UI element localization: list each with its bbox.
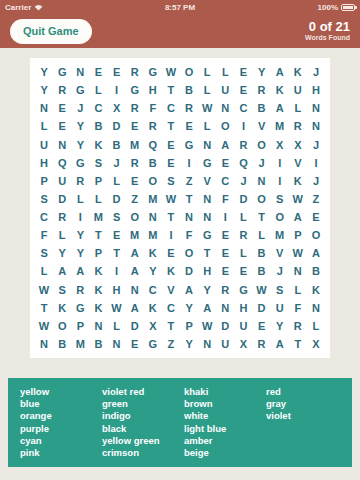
grid-cell-r2c9[interactable]: B (180, 81, 198, 99)
letter-grid[interactable]: YGNEERGWOLLEYAKJYRGLIGHTBLUERKUHNEJCXRFC… (30, 58, 330, 358)
grid-cell-r1c12[interactable]: E (234, 63, 252, 81)
grid-cell-r7c3[interactable]: R (71, 172, 89, 190)
grid-cell-r16c5[interactable]: N (108, 335, 126, 353)
grid-cell-r1c13[interactable]: Y (253, 63, 271, 81)
game-header: Quit Game 0 of 21 Words Found (0, 14, 360, 48)
grid-cell-r13c4[interactable]: K (89, 281, 107, 299)
grid-cell-r16c3[interactable]: M (71, 335, 89, 353)
grid-cell-r2c1[interactable]: Y (35, 81, 53, 99)
grid-cell-r5c8[interactable]: E (162, 136, 180, 154)
grid-cell-r16c7[interactable]: G (144, 335, 162, 353)
grid-cell-r10c7[interactable]: M (144, 226, 162, 244)
grid-cell-r12c13[interactable]: B (253, 262, 271, 280)
grid-cell-r5c4[interactable]: K (89, 136, 107, 154)
puzzle-board-card: YGNEERGWOLLEYAKJYRGLIGHTBLUERKUHNEJCXRFC… (30, 58, 330, 358)
grid-cell-r8c2[interactable]: D (53, 190, 71, 208)
grid-cell-r5c6[interactable]: M (126, 136, 144, 154)
grid-cell-r4c16[interactable]: N (307, 117, 325, 135)
word-item-orange: orange (20, 410, 102, 422)
grid-cell-r6c7[interactable]: B (144, 154, 162, 172)
grid-cell-r15c8[interactable]: T (162, 317, 180, 335)
grid-cell-r7c4[interactable]: P (89, 172, 107, 190)
grid-cell-r6c2[interactable]: Q (53, 154, 71, 172)
grid-cell-r12c15[interactable]: N (289, 262, 307, 280)
grid-cell-r4c5[interactable]: D (108, 117, 126, 135)
grid-cell-r7c2[interactable]: U (53, 172, 71, 190)
grid-cell-r14c5[interactable]: W (108, 299, 126, 317)
grid-cell-r16c11[interactable]: U (216, 335, 234, 353)
grid-cell-r13c2[interactable]: S (53, 281, 71, 299)
word-column-3: khakibrownwhitelight blueamberbeige (184, 386, 266, 459)
grid-cell-r15c14[interactable]: Y (271, 317, 289, 335)
grid-cell-r14c3[interactable]: G (71, 299, 89, 317)
grid-cell-r13c3[interactable]: R (71, 281, 89, 299)
grid-cell-r5c7[interactable]: Q (144, 136, 162, 154)
grid-cell-r9c8[interactable]: T (162, 208, 180, 226)
grid-cell-r14c11[interactable]: N (216, 299, 234, 317)
grid-cell-r15c7[interactable]: X (144, 317, 162, 335)
word-item-violet: violet (266, 410, 348, 422)
grid-cell-r12c16[interactable]: B (307, 262, 325, 280)
grid-cell-r3c16[interactable]: N (307, 99, 325, 117)
grid-cell-r7c6[interactable]: E (126, 172, 144, 190)
grid-cell-r9c13[interactable]: T (253, 208, 271, 226)
word-item-yellow-green: yellow green (102, 435, 184, 447)
grid-cell-r2c6[interactable]: G (126, 81, 144, 99)
grid-cell-r7c5[interactable]: L (108, 172, 126, 190)
grid-cell-r2c15[interactable]: U (289, 81, 307, 99)
grid-cell-r8c10[interactable]: N (198, 190, 216, 208)
word-item-red: red (266, 386, 348, 398)
grid-cell-r7c11[interactable]: C (216, 172, 234, 190)
grid-cell-r1c3[interactable]: N (71, 63, 89, 81)
grid-cell-r4c15[interactable]: R (289, 117, 307, 135)
grid-cell-r6c10[interactable]: G (198, 154, 216, 172)
grid-cell-r14c8[interactable]: C (162, 299, 180, 317)
grid-cell-r6c11[interactable]: E (216, 154, 234, 172)
grid-cell-r1c11[interactable]: L (216, 63, 234, 81)
grid-cell-r14c1[interactable]: T (35, 299, 53, 317)
grid-cell-r6c4[interactable]: S (89, 154, 107, 172)
grid-cell-r3c3[interactable]: J (71, 99, 89, 117)
grid-cell-r8c6[interactable]: Z (126, 190, 144, 208)
grid-cell-r3c2[interactable]: E (53, 99, 71, 117)
grid-cell-r7c12[interactable]: J (234, 172, 252, 190)
grid-cell-r8c12[interactable]: D (234, 190, 252, 208)
grid-cell-r5c9[interactable]: G (180, 136, 198, 154)
grid-cell-r5c2[interactable]: N (53, 136, 71, 154)
grid-cell-r5c16[interactable]: J (307, 136, 325, 154)
word-column-1: yellowblueorangepurplecyanpink (20, 386, 102, 459)
grid-cell-r10c8[interactable]: I (162, 226, 180, 244)
grid-cell-r10c6[interactable]: M (126, 226, 144, 244)
grid-cell-r6c9[interactable]: I (180, 154, 198, 172)
grid-cell-r15c4[interactable]: N (89, 317, 107, 335)
grid-cell-r15c6[interactable]: D (126, 317, 144, 335)
grid-cell-r11c4[interactable]: P (89, 244, 107, 262)
word-item-cyan: cyan (20, 435, 102, 447)
grid-cell-r3c15[interactable]: L (289, 99, 307, 117)
grid-cell-r5c5[interactable]: B (108, 136, 126, 154)
grid-cell-r14c4[interactable]: K (89, 299, 107, 317)
grid-cell-r15c11[interactable]: D (216, 317, 234, 335)
grid-cell-r4c10[interactable]: L (198, 117, 216, 135)
grid-cell-r12c3[interactable]: A (71, 262, 89, 280)
grid-cell-r8c14[interactable]: S (271, 190, 289, 208)
grid-cell-r12c11[interactable]: E (216, 262, 234, 280)
word-item-indigo: indigo (102, 410, 184, 422)
word-column-2: violet redgreenindigoblackyellow greencr… (102, 386, 184, 459)
grid-cell-r6c15[interactable]: V (289, 154, 307, 172)
grid-cell-r9c11[interactable]: I (216, 208, 234, 226)
grid-cell-r1c15[interactable]: K (289, 63, 307, 81)
grid-cell-r8c16[interactable]: Z (307, 190, 325, 208)
grid-cell-r12c6[interactable]: A (126, 262, 144, 280)
grid-cell-r1c2[interactable]: G (53, 63, 71, 81)
grid-cell-r13c5[interactable]: H (108, 281, 126, 299)
grid-cell-r2c8[interactable]: T (162, 81, 180, 99)
grid-cell-r10c13[interactable]: L (253, 226, 271, 244)
status-battery-group: 100% (318, 3, 355, 12)
grid-cell-r11c5[interactable]: T (108, 244, 126, 262)
grid-cell-r15c15[interactable]: R (289, 317, 307, 335)
grid-cell-r7c14[interactable]: I (271, 172, 289, 190)
grid-cell-r9c3[interactable]: I (71, 208, 89, 226)
word-item-khaki: khaki (184, 386, 266, 398)
grid-cell-r15c13[interactable]: E (253, 317, 271, 335)
grid-cell-r10c10[interactable]: G (198, 226, 216, 244)
grid-cell-r16c14[interactable]: A (271, 335, 289, 353)
grid-cell-r9c6[interactable]: O (126, 208, 144, 226)
word-item-crimson: crimson (102, 447, 184, 459)
grid-cell-r5c14[interactable]: X (271, 136, 289, 154)
grid-cell-r6c8[interactable]: E (162, 154, 180, 172)
grid-cell-r13c10[interactable]: Y (198, 281, 216, 299)
grid-cell-r16c15[interactable]: T (289, 335, 307, 353)
grid-cell-r7c10[interactable]: V (198, 172, 216, 190)
grid-cell-r14c13[interactable]: D (253, 299, 271, 317)
grid-cell-r7c9[interactable]: Z (180, 172, 198, 190)
grid-cell-r1c9[interactable]: O (180, 63, 198, 81)
grid-cell-r3c13[interactable]: B (253, 99, 271, 117)
grid-cell-r12c1[interactable]: L (35, 262, 53, 280)
grid-cell-r14c2[interactable]: K (53, 299, 71, 317)
grid-cell-r13c6[interactable]: N (126, 281, 144, 299)
grid-cell-r14c9[interactable]: Y (180, 299, 198, 317)
grid-cell-r4c12[interactable]: I (234, 117, 252, 135)
grid-cell-r13c13[interactable]: W (253, 281, 271, 299)
grid-cell-r14c15[interactable]: F (289, 299, 307, 317)
grid-cell-r9c9[interactable]: N (180, 208, 198, 226)
grid-cell-r6c1[interactable]: H (35, 154, 53, 172)
grid-cell-r4c3[interactable]: Y (71, 117, 89, 135)
word-search-screen: Carrier 8:57 PM 100% Quit Game 0 of 21 W… (0, 0, 360, 480)
grid-cell-r6c6[interactable]: R (126, 154, 144, 172)
grid-cell-r3c11[interactable]: N (216, 99, 234, 117)
grid-cell-r1c10[interactable]: L (198, 63, 216, 81)
grid-cell-r2c10[interactable]: L (198, 81, 216, 99)
progress-indicator: 0 of 21 Words Found (305, 20, 350, 42)
grid-cell-r10c15[interactable]: P (289, 226, 307, 244)
grid-cell-r11c12[interactable]: L (234, 244, 252, 262)
grid-cell-r8c9[interactable]: T (180, 190, 198, 208)
grid-cell-r2c12[interactable]: E (234, 81, 252, 99)
grid-cell-r14c6[interactable]: A (126, 299, 144, 317)
grid-cell-r1c5[interactable]: E (108, 63, 126, 81)
grid-cell-r16c9[interactable]: Y (180, 335, 198, 353)
grid-cell-r11c16[interactable]: A (307, 244, 325, 262)
grid-cell-r5c15[interactable]: X (289, 136, 307, 154)
grid-cell-r14c16[interactable]: N (307, 299, 325, 317)
grid-cell-r15c2[interactable]: O (53, 317, 71, 335)
grid-cell-r5c3[interactable]: Y (71, 136, 89, 154)
grid-cell-r3c4[interactable]: C (89, 99, 107, 117)
grid-cell-r14c10[interactable]: A (198, 299, 216, 317)
grid-cell-r2c7[interactable]: H (144, 81, 162, 99)
grid-cell-r6c16[interactable]: I (307, 154, 325, 172)
grid-cell-r3c12[interactable]: C (234, 99, 252, 117)
grid-cell-r16c16[interactable]: X (307, 335, 325, 353)
grid-cell-r2c5[interactable]: I (108, 81, 126, 99)
grid-cell-r15c5[interactable]: L (108, 317, 126, 335)
grid-cell-r4c6[interactable]: E (126, 117, 144, 135)
grid-cell-r13c16[interactable]: K (307, 281, 325, 299)
top-bar: Carrier 8:57 PM 100% Quit Game 0 of 21 W… (0, 0, 360, 48)
grid-cell-r14c7[interactable]: K (144, 299, 162, 317)
grid-cell-r6c14[interactable]: I (271, 154, 289, 172)
word-item-green: green (102, 398, 184, 410)
grid-cell-r11c11[interactable]: E (216, 244, 234, 262)
grid-cell-r13c11[interactable]: R (216, 281, 234, 299)
grid-cell-r10c12[interactable]: R (234, 226, 252, 244)
grid-cell-r5c13[interactable]: O (253, 136, 271, 154)
grid-cell-r7c8[interactable]: S (162, 172, 180, 190)
word-item-amber: amber (184, 435, 266, 447)
grid-cell-r4c1[interactable]: L (35, 117, 53, 135)
grid-cell-r16c12[interactable]: X (234, 335, 252, 353)
grid-cell-r8c15[interactable]: W (289, 190, 307, 208)
grid-cell-r12c14[interactable]: J (271, 262, 289, 280)
grid-cell-r11c1[interactable]: S (35, 244, 53, 262)
grid-cell-r7c16[interactable]: J (307, 172, 325, 190)
grid-cell-r3c8[interactable]: C (162, 99, 180, 117)
grid-cell-r16c10[interactable]: N (198, 335, 216, 353)
grid-cell-r8c11[interactable]: F (216, 190, 234, 208)
word-item-white: white (184, 410, 266, 422)
grid-cell-r9c10[interactable]: N (198, 208, 216, 226)
grid-cell-r7c13[interactable]: N (253, 172, 271, 190)
clock-label: 8:57 PM (0, 3, 360, 12)
status-carrier-group: Carrier (5, 3, 43, 12)
grid-cell-r8c8[interactable]: W (162, 190, 180, 208)
grid-cell-r6c5[interactable]: J (108, 154, 126, 172)
grid-cell-r13c7[interactable]: C (144, 281, 162, 299)
grid-cell-r14c14[interactable]: U (271, 299, 289, 317)
word-item-brown: brown (184, 398, 266, 410)
grid-cell-r11c2[interactable]: Y (53, 244, 71, 262)
grid-cell-r5c11[interactable]: A (216, 136, 234, 154)
grid-cell-r7c15[interactable]: K (289, 172, 307, 190)
grid-cell-r13c8[interactable]: V (162, 281, 180, 299)
carrier-label: Carrier (5, 3, 31, 12)
grid-cell-r11c6[interactable]: A (126, 244, 144, 262)
grid-cell-r2c4[interactable]: L (89, 81, 107, 99)
grid-cell-r6c12[interactable]: Q (234, 154, 252, 172)
grid-cell-r5c12[interactable]: R (234, 136, 252, 154)
battery-icon (341, 4, 355, 11)
grid-cell-r13c14[interactable]: S (271, 281, 289, 299)
word-item-light-blue: light blue (184, 423, 266, 435)
grid-cell-r8c5[interactable]: D (108, 190, 126, 208)
grid-cell-r2c14[interactable]: K (271, 81, 289, 99)
grid-cell-r8c4[interactable]: L (89, 190, 107, 208)
grid-cell-r15c1[interactable]: W (35, 317, 53, 335)
grid-cell-r10c9[interactable]: F (180, 226, 198, 244)
grid-cell-r11c10[interactable]: T (198, 244, 216, 262)
grid-cell-r8c7[interactable]: M (144, 190, 162, 208)
grid-cell-r4c7[interactable]: R (144, 117, 162, 135)
grid-cell-r1c7[interactable]: G (144, 63, 162, 81)
grid-cell-r16c6[interactable]: E (126, 335, 144, 353)
grid-cell-r9c15[interactable]: A (289, 208, 307, 226)
grid-cell-r4c14[interactable]: M (271, 117, 289, 135)
grid-cell-r3c6[interactable]: R (126, 99, 144, 117)
grid-cell-r2c3[interactable]: G (71, 81, 89, 99)
word-list-panel: yellowblueorangepurplecyanpinkviolet red… (8, 378, 352, 467)
grid-cell-r10c1[interactable]: F (35, 226, 53, 244)
grid-cell-r12c12[interactable]: E (234, 262, 252, 280)
word-column-4: redgrayviolet (266, 386, 348, 459)
grid-cell-r4c11[interactable]: O (216, 117, 234, 135)
grid-cell-r9c16[interactable]: E (307, 208, 325, 226)
wifi-icon (34, 4, 43, 11)
grid-cell-r13c9[interactable]: A (180, 281, 198, 299)
grid-cell-r11c15[interactable]: W (289, 244, 307, 262)
quit-game-button[interactable]: Quit Game (10, 19, 92, 44)
grid-cell-r3c14[interactable]: A (271, 99, 289, 117)
word-item-black: black (102, 423, 184, 435)
grid-cell-r11c13[interactable]: B (253, 244, 271, 262)
grid-cell-r10c16[interactable]: O (307, 226, 325, 244)
grid-cell-r1c16[interactable]: J (307, 63, 325, 81)
grid-cell-r10c4[interactable]: T (89, 226, 107, 244)
grid-cell-r3c9[interactable]: R (180, 99, 198, 117)
grid-cell-r1c8[interactable]: W (162, 63, 180, 81)
grid-cell-r15c3[interactable]: P (71, 317, 89, 335)
grid-cell-r13c15[interactable]: L (289, 281, 307, 299)
grid-cell-r2c13[interactable]: R (253, 81, 271, 99)
grid-cell-r4c8[interactable]: T (162, 117, 180, 135)
grid-cell-r10c2[interactable]: L (53, 226, 71, 244)
grid-cell-r11c9[interactable]: O (180, 244, 198, 262)
grid-cell-r12c5[interactable]: I (108, 262, 126, 280)
grid-cell-r16c4[interactable]: B (89, 335, 107, 353)
battery-percent-label: 100% (318, 3, 338, 12)
grid-cell-r15c16[interactable]: L (307, 317, 325, 335)
grid-cell-r13c1[interactable]: W (35, 281, 53, 299)
words-found-label: Words Found (305, 34, 350, 42)
grid-cell-r1c4[interactable]: E (89, 63, 107, 81)
grid-cell-r10c14[interactable]: M (271, 226, 289, 244)
grid-cell-r9c4[interactable]: M (89, 208, 107, 226)
grid-cell-r12c8[interactable]: K (162, 262, 180, 280)
grid-cell-r16c8[interactable]: Z (162, 335, 180, 353)
grid-cell-r3c5[interactable]: X (108, 99, 126, 117)
grid-cell-r9c5[interactable]: S (108, 208, 126, 226)
grid-cell-r13c12[interactable]: G (234, 281, 252, 299)
grid-cell-r14c12[interactable]: H (234, 299, 252, 317)
grid-cell-r16c2[interactable]: B (53, 335, 71, 353)
grid-cell-r3c1[interactable]: N (35, 99, 53, 117)
grid-cell-r4c2[interactable]: E (53, 117, 71, 135)
grid-cell-r9c1[interactable]: C (35, 208, 53, 226)
grid-cell-r3c10[interactable]: W (198, 99, 216, 117)
word-item-purple: purple (20, 423, 102, 435)
grid-cell-r2c2[interactable]: R (53, 81, 71, 99)
grid-cell-r8c1[interactable]: S (35, 190, 53, 208)
grid-cell-r12c9[interactable]: D (180, 262, 198, 280)
grid-cell-r9c2[interactable]: R (53, 208, 71, 226)
grid-cell-r12c7[interactable]: Y (144, 262, 162, 280)
grid-cell-r10c3[interactable]: Y (71, 226, 89, 244)
grid-cell-r16c13[interactable]: R (253, 335, 271, 353)
grid-cell-r12c10[interactable]: H (198, 262, 216, 280)
word-item-beige: beige (184, 447, 266, 459)
word-item-gray: gray (266, 398, 348, 410)
grid-cell-r15c12[interactable]: U (234, 317, 252, 335)
grid-cell-r4c4[interactable]: B (89, 117, 107, 135)
grid-cell-r6c3[interactable]: G (71, 154, 89, 172)
grid-cell-r4c13[interactable]: V (253, 117, 271, 135)
grid-cell-r7c7[interactable]: O (144, 172, 162, 190)
words-found-count: 0 of 21 (305, 20, 350, 34)
grid-cell-r12c2[interactable]: A (53, 262, 71, 280)
grid-cell-r15c9[interactable]: P (180, 317, 198, 335)
grid-cell-r1c14[interactable]: A (271, 63, 289, 81)
grid-cell-r7c1[interactable]: P (35, 172, 53, 190)
grid-cell-r9c7[interactable]: N (144, 208, 162, 226)
grid-cell-r2c16[interactable]: H (307, 81, 325, 99)
grid-cell-r1c1[interactable]: Y (35, 63, 53, 81)
grid-cell-r1c6[interactable]: R (126, 63, 144, 81)
grid-cell-r11c14[interactable]: V (271, 244, 289, 262)
grid-cell-r4c9[interactable]: E (180, 117, 198, 135)
grid-cell-r9c14[interactable]: O (271, 208, 289, 226)
grid-cell-r9c12[interactable]: L (234, 208, 252, 226)
word-item-blue: blue (20, 398, 102, 410)
word-item-pink: pink (20, 447, 102, 459)
grid-cell-r8c13[interactable]: O (253, 190, 271, 208)
grid-cell-r12c4[interactable]: K (89, 262, 107, 280)
grid-cell-r15c10[interactable]: W (198, 317, 216, 335)
grid-cell-r16c1[interactable]: N (35, 335, 53, 353)
status-bar: Carrier 8:57 PM 100% (0, 0, 360, 14)
grid-cell-r5c1[interactable]: U (35, 136, 53, 154)
grid-cell-r10c5[interactable]: E (108, 226, 126, 244)
grid-cell-r11c7[interactable]: K (144, 244, 162, 262)
grid-cell-r3c7[interactable]: F (144, 99, 162, 117)
grid-cell-r2c11[interactable]: U (216, 81, 234, 99)
grid-cell-r11c3[interactable]: Y (71, 244, 89, 262)
word-item-yellow: yellow (20, 386, 102, 398)
grid-cell-r10c11[interactable]: E (216, 226, 234, 244)
grid-cell-r6c13[interactable]: J (253, 154, 271, 172)
word-item-violet-red: violet red (102, 386, 184, 398)
grid-cell-r5c10[interactable]: N (198, 136, 216, 154)
grid-cell-r11c8[interactable]: E (162, 244, 180, 262)
grid-cell-r8c3[interactable]: L (71, 190, 89, 208)
